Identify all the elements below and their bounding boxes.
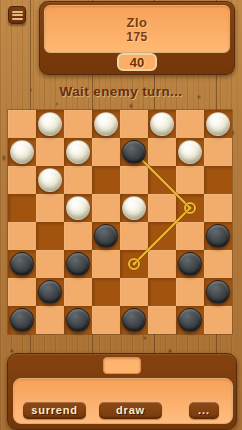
opponent-timer-badge: 40 — [117, 53, 157, 71]
board-square[interactable] — [8, 194, 36, 222]
board-square — [176, 110, 204, 138]
board-square — [64, 222, 92, 250]
board-square — [8, 110, 36, 138]
black-piece[interactable] — [94, 224, 118, 248]
board-square[interactable] — [120, 138, 148, 166]
board-square — [120, 278, 148, 306]
board-square — [92, 138, 120, 166]
black-piece[interactable] — [178, 308, 202, 332]
board-square — [176, 222, 204, 250]
menu-button[interactable] — [8, 6, 26, 24]
black-piece[interactable] — [10, 252, 34, 276]
board-square — [92, 250, 120, 278]
black-piece[interactable] — [66, 308, 90, 332]
board-square — [8, 166, 36, 194]
board-square[interactable] — [64, 250, 92, 278]
board-square[interactable] — [148, 110, 176, 138]
board-square[interactable] — [204, 110, 232, 138]
board-square[interactable] — [176, 138, 204, 166]
board-square[interactable] — [36, 278, 64, 306]
board-square — [64, 278, 92, 306]
board-square — [64, 110, 92, 138]
more-options-button[interactable]: ... — [189, 402, 219, 419]
board-square — [204, 194, 232, 222]
board-square[interactable] — [8, 138, 36, 166]
board-square[interactable] — [148, 222, 176, 250]
board-square[interactable] — [8, 250, 36, 278]
board-square — [148, 250, 176, 278]
black-piece[interactable] — [122, 308, 146, 332]
board-square — [36, 194, 64, 222]
white-piece[interactable] — [66, 140, 90, 164]
board-square — [92, 306, 120, 334]
board-square[interactable] — [64, 306, 92, 334]
board-square[interactable] — [204, 166, 232, 194]
board-square — [148, 194, 176, 222]
black-piece[interactable] — [66, 252, 90, 276]
draw-button[interactable]: draw — [99, 402, 162, 419]
black-piece[interactable] — [206, 280, 230, 304]
white-piece[interactable] — [206, 112, 230, 136]
board-square — [64, 166, 92, 194]
board-square[interactable] — [92, 110, 120, 138]
board-square[interactable] — [120, 306, 148, 334]
board-square[interactable] — [64, 194, 92, 222]
board-square — [148, 306, 176, 334]
checkers-board — [8, 110, 232, 334]
board-square[interactable] — [176, 306, 204, 334]
board-square[interactable] — [120, 194, 148, 222]
white-piece[interactable] — [150, 112, 174, 136]
board-square — [36, 250, 64, 278]
board-square[interactable] — [176, 250, 204, 278]
actions-bar: surrend draw ... — [13, 378, 233, 424]
white-piece[interactable] — [66, 196, 90, 220]
board-square[interactable] — [8, 306, 36, 334]
surrender-button[interactable]: surrend — [23, 402, 86, 419]
board-square[interactable] — [204, 278, 232, 306]
board-square[interactable] — [64, 138, 92, 166]
board-square — [176, 166, 204, 194]
black-piece[interactable] — [122, 140, 146, 164]
white-piece[interactable] — [38, 168, 62, 192]
board-square[interactable] — [120, 250, 148, 278]
white-piece[interactable] — [178, 140, 202, 164]
board-square[interactable] — [36, 222, 64, 250]
white-piece[interactable] — [122, 196, 146, 220]
board-square[interactable] — [92, 278, 120, 306]
board-square — [204, 306, 232, 334]
board-square — [36, 306, 64, 334]
black-piece[interactable] — [10, 308, 34, 332]
board-square — [120, 110, 148, 138]
board-square — [92, 194, 120, 222]
board-square — [8, 222, 36, 250]
board-square[interactable] — [92, 222, 120, 250]
board-square — [120, 222, 148, 250]
board-square — [204, 250, 232, 278]
board-square — [204, 138, 232, 166]
game-screen: Zlo 175 40 Wait enemy turn... surrend dr… — [0, 0, 242, 430]
board-square — [176, 278, 204, 306]
opponent-info: Zlo 175 — [44, 5, 230, 53]
opponent-rating: 175 — [126, 30, 148, 44]
board-square[interactable] — [148, 278, 176, 306]
white-piece[interactable] — [94, 112, 118, 136]
board-square[interactable] — [36, 166, 64, 194]
status-message: Wait enemy turn... — [0, 84, 242, 99]
board-square[interactable] — [204, 222, 232, 250]
opponent-name: Zlo — [127, 15, 148, 30]
board-square — [36, 138, 64, 166]
board-square[interactable] — [148, 166, 176, 194]
opponent-panel: Zlo 175 40 — [39, 1, 235, 75]
board-square — [148, 138, 176, 166]
board-square[interactable] — [176, 194, 204, 222]
black-piece[interactable] — [178, 252, 202, 276]
board-square[interactable] — [92, 166, 120, 194]
bottom-panel: surrend draw ... — [7, 353, 237, 430]
player-timer-box — [103, 357, 141, 374]
white-piece[interactable] — [38, 112, 62, 136]
hamburger-menu-icon — [12, 9, 23, 21]
white-piece[interactable] — [10, 140, 34, 164]
board-square[interactable] — [36, 110, 64, 138]
black-piece[interactable] — [206, 224, 230, 248]
black-piece[interactable] — [38, 280, 62, 304]
board-square — [8, 278, 36, 306]
board-square — [120, 166, 148, 194]
